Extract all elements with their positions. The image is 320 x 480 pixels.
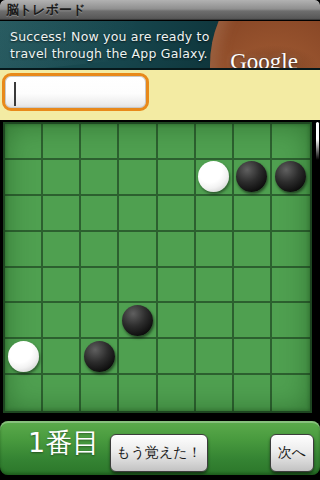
board-cell-r3c5[interactable]	[196, 232, 234, 268]
board-cell-r0c0[interactable]	[5, 124, 43, 160]
board-cell-r1c3[interactable]	[119, 160, 157, 196]
board-cell-r0c5[interactable]	[196, 124, 234, 160]
black-disc	[122, 305, 153, 336]
board-cell-r3c1[interactable]	[43, 232, 81, 268]
board-cell-r3c6[interactable]	[234, 232, 272, 268]
board-cell-r1c0[interactable]	[5, 160, 43, 196]
scrollbar	[316, 122, 319, 160]
board-cell-r6c4[interactable]	[158, 339, 196, 375]
board-cell-r7c4[interactable]	[158, 375, 196, 411]
board-cell-r4c7[interactable]	[272, 268, 310, 304]
board-cell-r1c6[interactable]	[234, 160, 272, 196]
board-cell-r7c3[interactable]	[119, 375, 157, 411]
black-disc	[275, 161, 306, 192]
board-cell-r6c5[interactable]	[196, 339, 234, 375]
board-cell-r2c5[interactable]	[196, 196, 234, 232]
board-cell-r4c3[interactable]	[119, 268, 157, 304]
board-cell-r5c6[interactable]	[234, 303, 272, 339]
ad-text-line2: travel through the App Galaxy.	[10, 45, 210, 62]
app-screen: 脳トレボード Google Success! Now you are ready…	[0, 0, 320, 480]
board-cell-r7c5[interactable]	[196, 375, 234, 411]
board-cell-r1c7[interactable]	[272, 160, 310, 196]
board-cell-r1c1[interactable]	[43, 160, 81, 196]
board-cell-r0c6[interactable]	[234, 124, 272, 160]
board-cell-r1c4[interactable]	[158, 160, 196, 196]
board-cell-r4c0[interactable]	[5, 268, 43, 304]
board-cell-r2c4[interactable]	[158, 196, 196, 232]
round-label: 1番目	[28, 421, 99, 465]
board-cell-r0c1[interactable]	[43, 124, 81, 160]
ad-text-line1: Success! Now you are ready to	[10, 28, 210, 45]
board-cell-r4c6[interactable]	[234, 268, 272, 304]
board-cell-r7c6[interactable]	[234, 375, 272, 411]
board-cell-r5c5[interactable]	[196, 303, 234, 339]
board-cell-r2c2[interactable]	[81, 196, 119, 232]
board-cell-r3c0[interactable]	[5, 232, 43, 268]
board-cell-r7c2[interactable]	[81, 375, 119, 411]
board-cell-r1c5[interactable]	[196, 160, 234, 196]
answer-input[interactable]	[2, 73, 149, 111]
board-cell-r4c4[interactable]	[158, 268, 196, 304]
board-cell-r2c3[interactable]	[119, 196, 157, 232]
black-disc	[236, 161, 267, 192]
board-cell-r0c7[interactable]	[272, 124, 310, 160]
board-cell-r5c1[interactable]	[43, 303, 81, 339]
board-cell-r6c3[interactable]	[119, 339, 157, 375]
bottom-bar: 1番目 もう覚えた！ 次へ	[0, 421, 320, 475]
board-cell-r3c4[interactable]	[158, 232, 196, 268]
board-cell-r5c7[interactable]	[272, 303, 310, 339]
board-cell-r5c3[interactable]	[119, 303, 157, 339]
board-cell-r5c4[interactable]	[158, 303, 196, 339]
board-cell-r3c2[interactable]	[81, 232, 119, 268]
board-cell-r4c5[interactable]	[196, 268, 234, 304]
board-cell-r7c0[interactable]	[5, 375, 43, 411]
board-cell-r5c0[interactable]	[5, 303, 43, 339]
board-area	[0, 120, 320, 416]
black-disc	[84, 341, 115, 372]
board-cell-r3c7[interactable]	[272, 232, 310, 268]
board-cell-r1c2[interactable]	[81, 160, 119, 196]
board-cell-r6c7[interactable]	[272, 339, 310, 375]
ad-banner[interactable]: Google Success! Now you are ready to tra…	[0, 20, 320, 70]
white-disc	[198, 161, 229, 192]
app-title: 脳トレボード	[6, 1, 85, 19]
text-cursor	[14, 82, 16, 106]
memorized-button[interactable]: もう覚えた！	[110, 434, 208, 472]
board-cell-r4c2[interactable]	[81, 268, 119, 304]
board-cell-r6c6[interactable]	[234, 339, 272, 375]
board-cell-r3c3[interactable]	[119, 232, 157, 268]
white-disc	[8, 341, 39, 372]
next-button[interactable]: 次へ	[270, 434, 314, 472]
board-cell-r2c6[interactable]	[234, 196, 272, 232]
board-cell-r0c2[interactable]	[81, 124, 119, 160]
board-cell-r0c4[interactable]	[158, 124, 196, 160]
board-cell-r6c1[interactable]	[43, 339, 81, 375]
board-cell-r2c0[interactable]	[5, 196, 43, 232]
board-cell-r6c2[interactable]	[81, 339, 119, 375]
game-board	[3, 122, 312, 413]
board-cell-r7c1[interactable]	[43, 375, 81, 411]
board-cell-r4c1[interactable]	[43, 268, 81, 304]
board-cell-r5c2[interactable]	[81, 303, 119, 339]
google-logo: Google	[212, 49, 316, 70]
title-bar: 脳トレボード	[0, 0, 320, 20]
board-cell-r7c7[interactable]	[272, 375, 310, 411]
answer-strip	[0, 70, 320, 120]
board-cell-r6c0[interactable]	[5, 339, 43, 375]
board-cell-r0c3[interactable]	[119, 124, 157, 160]
ad-text: Success! Now you are ready to travel thr…	[10, 28, 210, 62]
board-cell-r2c1[interactable]	[43, 196, 81, 232]
board-cell-r2c7[interactable]	[272, 196, 310, 232]
